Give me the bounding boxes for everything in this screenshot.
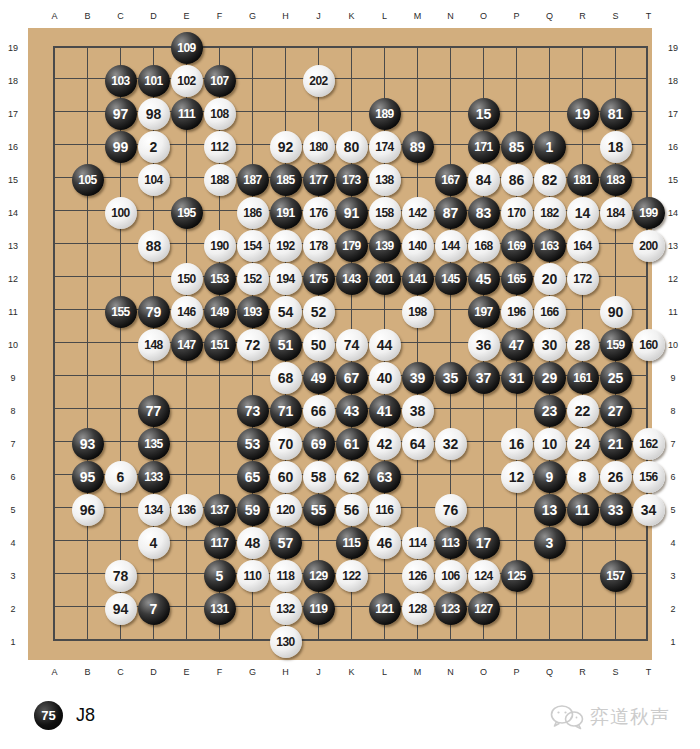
stone-H7-move-70: 70 [270,428,302,460]
stone-S9-move-25: 25 [600,362,632,394]
stone-O16-move-171: 171 [468,131,500,163]
stone-O11-move-197: 197 [468,296,500,328]
stone-J8-move-66: 66 [303,395,335,427]
coord-label-col-S: S [599,666,632,678]
black-stone-icon: 75 [34,701,63,730]
stone-B7-move-93: 93 [72,428,104,460]
stone-M8-move-38: 38 [402,395,434,427]
coord-label-col-N: N [434,10,467,22]
coord-label-col-O: O [467,10,500,22]
stone-S14-move-184: 184 [600,197,632,229]
stone-F3-move-5: 5 [204,560,236,592]
stone-H4-move-57: 57 [270,527,302,559]
stone-R9-move-161: 161 [567,362,599,394]
stone-G13-move-154: 154 [237,230,269,262]
stone-Q5-move-13: 13 [534,494,566,526]
stone-H9-move-68: 68 [270,362,302,394]
stone-E10-move-147: 147 [171,329,203,361]
stone-R14-move-14: 14 [567,197,599,229]
stone-G3-move-110: 110 [237,560,269,592]
stone-Q12-move-20: 20 [534,263,566,295]
stone-N13-move-144: 144 [435,230,467,262]
coord-label-row-7: 7 [0,427,26,460]
stone-D7-move-135: 135 [138,428,170,460]
stone-S16-move-18: 18 [600,131,632,163]
stone-D4-move-4: 4 [138,527,170,559]
stone-J14-move-176: 176 [303,197,335,229]
stone-G4-move-48: 48 [237,527,269,559]
stone-H2-move-132: 132 [270,593,302,625]
stone-B6-move-95: 95 [72,461,104,493]
coord-label-col-N: N [434,666,467,678]
coord-label-col-B: B [71,666,104,678]
coord-label-row-16: 16 [0,130,26,163]
stone-T5-move-34: 34 [633,494,665,526]
coord-label-col-S: S [599,10,632,22]
stone-P12-move-165: 165 [501,263,533,295]
coord-label-col-A: A [38,10,71,22]
coord-label-col-T: T [632,666,665,678]
stone-H15-move-185: 185 [270,164,302,196]
stone-R5-move-11: 11 [567,494,599,526]
stone-Q15-move-82: 82 [534,164,566,196]
stone-P14-move-170: 170 [501,197,533,229]
watermark: 弈道秋声 [550,704,670,730]
coord-label-row-15: 15 [0,163,26,196]
stone-B15-move-105: 105 [72,164,104,196]
stone-S3-move-157: 157 [600,560,632,592]
coord-label-col-T: T [632,10,665,22]
stone-H13-move-192: 192 [270,230,302,262]
coord-label-col-G: G [236,666,269,678]
coord-label-col-D: D [137,10,170,22]
stone-K14-move-91: 91 [336,197,368,229]
stone-grid: 1091031011021072029798111108189151981992… [38,31,665,658]
stone-D10-move-148: 148 [138,329,170,361]
stone-J9-move-49: 49 [303,362,335,394]
stone-N3-move-106: 106 [435,560,467,592]
stone-F16-move-112: 112 [204,131,236,163]
coord-label-row-18: 18 [0,64,26,97]
stone-F18-move-107: 107 [204,65,236,97]
stone-G14-move-186: 186 [237,197,269,229]
stone-E5-move-136: 136 [171,494,203,526]
stone-O3-move-124: 124 [468,560,500,592]
stone-D17-move-98: 98 [138,98,170,130]
stone-P11-move-196: 196 [501,296,533,328]
coord-label-row-12: 12 [0,262,26,295]
stone-S17-move-81: 81 [600,98,632,130]
coord-label-row-6: 6 [0,460,26,493]
stone-T6-move-156: 156 [633,461,665,493]
coord-label-row-11: 11 [0,295,26,328]
stone-K12-move-143: 143 [336,263,368,295]
stone-D11-move-79: 79 [138,296,170,328]
stone-R17-move-19: 19 [567,98,599,130]
stone-O2-move-127: 127 [468,593,500,625]
stone-J13-move-178: 178 [303,230,335,262]
stone-P15-move-86: 86 [501,164,533,196]
stone-M4-move-114: 114 [402,527,434,559]
stone-Q6-move-9: 9 [534,461,566,493]
stone-G15-move-187: 187 [237,164,269,196]
coord-label-col-H: H [269,10,302,22]
stone-L10-move-44: 44 [369,329,401,361]
coord-label-col-B: B [71,10,104,22]
stone-F2-move-131: 131 [204,593,236,625]
stone-M13-move-140: 140 [402,230,434,262]
stone-E19-move-109: 109 [171,32,203,64]
stone-K7-move-61: 61 [336,428,368,460]
stone-Q9-move-29: 29 [534,362,566,394]
stone-C17-move-97: 97 [105,98,137,130]
coord-label-col-C: C [104,666,137,678]
coord-label-row-19: 19 [0,31,26,64]
stone-G11-move-193: 193 [237,296,269,328]
stone-R12-move-172: 172 [567,263,599,295]
column-labels-bottom: ABCDEFGHJKLMNOPQRST [38,666,665,678]
stone-J2-move-119: 119 [303,593,335,625]
stone-R10-move-28: 28 [567,329,599,361]
coord-label-col-F: F [203,666,236,678]
stone-J16-move-180: 180 [303,131,335,163]
last-move-indicator: 75 J8 [34,701,95,730]
coord-label-col-R: R [566,666,599,678]
stone-B5-move-96: 96 [72,494,104,526]
stone-Q10-move-30: 30 [534,329,566,361]
stone-N5-move-76: 76 [435,494,467,526]
stone-C6-move-6: 6 [105,461,137,493]
stone-J15-move-177: 177 [303,164,335,196]
stone-Q14-move-182: 182 [534,197,566,229]
stone-G5-move-59: 59 [237,494,269,526]
stone-J12-move-175: 175 [303,263,335,295]
row-labels-left: 19181716151413121110987654321 [0,31,26,658]
stone-S7-move-21: 21 [600,428,632,460]
stone-H14-move-191: 191 [270,197,302,229]
stone-N14-move-87: 87 [435,197,467,229]
stone-C18-move-103: 103 [105,65,137,97]
stone-R8-move-22: 22 [567,395,599,427]
stone-E11-move-146: 146 [171,296,203,328]
coord-label-col-P: P [500,10,533,22]
stone-L4-move-46: 46 [369,527,401,559]
coord-label-col-L: L [368,666,401,678]
coord-label-row-5: 5 [0,493,26,526]
coord-label-col-G: G [236,10,269,22]
stone-N9-move-35: 35 [435,362,467,394]
stone-T7-move-162: 162 [633,428,665,460]
stone-M7-move-64: 64 [402,428,434,460]
stone-D5-move-134: 134 [138,494,170,526]
stone-F17-move-108: 108 [204,98,236,130]
stone-D15-move-104: 104 [138,164,170,196]
coord-label-row-9: 9 [0,361,26,394]
stone-Q13-move-163: 163 [534,230,566,262]
stone-J5-move-55: 55 [303,494,335,526]
stone-J6-move-58: 58 [303,461,335,493]
stone-O14-move-83: 83 [468,197,500,229]
stone-S15-move-183: 183 [600,164,632,196]
coord-label-col-E: E [170,10,203,22]
coord-label-col-Q: Q [533,10,566,22]
stone-F11-move-149: 149 [204,296,236,328]
coord-label-col-P: P [500,666,533,678]
stone-S6-move-26: 26 [600,461,632,493]
stone-D2-move-7: 7 [138,593,170,625]
stone-H12-move-194: 194 [270,263,302,295]
stone-L14-move-158: 158 [369,197,401,229]
stone-M12-move-141: 141 [402,263,434,295]
stone-N2-move-123: 123 [435,593,467,625]
stone-L12-move-201: 201 [369,263,401,295]
stone-F15-move-188: 188 [204,164,236,196]
stone-K6-move-62: 62 [336,461,368,493]
stone-D13-move-88: 88 [138,230,170,262]
coord-label-col-K: K [335,10,368,22]
coord-label-col-A: A [38,666,71,678]
wechat-icon [550,704,584,730]
stone-M14-move-142: 142 [402,197,434,229]
stone-D18-move-101: 101 [138,65,170,97]
stone-N4-move-113: 113 [435,527,467,559]
stone-L6-move-63: 63 [369,461,401,493]
stone-D16-move-2: 2 [138,131,170,163]
stone-K16-move-80: 80 [336,131,368,163]
stone-M3-move-126: 126 [402,560,434,592]
coord-label-col-M: M [401,10,434,22]
stone-E17-move-111: 111 [171,98,203,130]
stone-L13-move-139: 139 [369,230,401,262]
coord-label-row-2: 2 [0,592,26,625]
stone-L17-move-189: 189 [369,98,401,130]
stone-G6-move-65: 65 [237,461,269,493]
stone-M16-move-89: 89 [402,131,434,163]
coord-label-row-14: 14 [0,196,26,229]
stone-E12-move-150: 150 [171,263,203,295]
stone-N7-move-32: 32 [435,428,467,460]
coord-label-col-C: C [104,10,137,22]
stone-H8-move-71: 71 [270,395,302,427]
coord-label-col-R: R [566,10,599,22]
coord-label-col-M: M [401,666,434,678]
stone-L2-move-121: 121 [369,593,401,625]
stone-L7-move-42: 42 [369,428,401,460]
stone-K9-move-67: 67 [336,362,368,394]
stone-L5-move-116: 116 [369,494,401,526]
stone-R13-move-164: 164 [567,230,599,262]
stone-J10-move-50: 50 [303,329,335,361]
stone-O17-move-15: 15 [468,98,500,130]
stone-L15-move-138: 138 [369,164,401,196]
stone-Q8-move-23: 23 [534,395,566,427]
coord-label-row-13: 13 [0,229,26,262]
stone-Q7-move-10: 10 [534,428,566,460]
stone-G12-move-152: 152 [237,263,269,295]
coord-label-col-D: D [137,666,170,678]
stone-D8-move-77: 77 [138,395,170,427]
stone-G8-move-73: 73 [237,395,269,427]
stone-K15-move-173: 173 [336,164,368,196]
stone-H10-move-51: 51 [270,329,302,361]
stone-S5-move-33: 33 [600,494,632,526]
stone-E18-move-102: 102 [171,65,203,97]
stone-P3-move-125: 125 [501,560,533,592]
stone-M2-move-128: 128 [402,593,434,625]
stone-Q11-move-166: 166 [534,296,566,328]
stone-N15-move-167: 167 [435,164,467,196]
stone-H11-move-54: 54 [270,296,302,328]
stone-C16-move-99: 99 [105,131,137,163]
stone-R7-move-24: 24 [567,428,599,460]
coord-label-col-O: O [467,666,500,678]
coord-label-row-8: 8 [0,394,26,427]
stone-J18-move-202: 202 [303,65,335,97]
stone-K10-move-74: 74 [336,329,368,361]
stone-Q16-move-1: 1 [534,131,566,163]
stone-H1-move-130: 130 [270,626,302,658]
stone-H6-move-60: 60 [270,461,302,493]
stone-O4-move-17: 17 [468,527,500,559]
stone-G7-move-53: 53 [237,428,269,460]
coord-label-col-J: J [302,666,335,678]
stone-S10-move-159: 159 [600,329,632,361]
stone-H16-move-92: 92 [270,131,302,163]
coord-label-col-J: J [302,10,335,22]
stone-O13-move-168: 168 [468,230,500,262]
stone-D6-move-133: 133 [138,461,170,493]
stone-F13-move-190: 190 [204,230,236,262]
stone-P7-move-16: 16 [501,428,533,460]
stone-P6-move-12: 12 [501,461,533,493]
stone-O15-move-84: 84 [468,164,500,196]
coord-label-col-F: F [203,10,236,22]
stone-C14-move-100: 100 [105,197,137,229]
stone-P16-move-85: 85 [501,131,533,163]
stone-S8-move-27: 27 [600,395,632,427]
stone-L16-move-174: 174 [369,131,401,163]
stone-O9-move-37: 37 [468,362,500,394]
stone-J7-move-69: 69 [303,428,335,460]
coord-label-row-1: 1 [0,625,26,658]
stone-S11-move-90: 90 [600,296,632,328]
stone-T14-move-199: 199 [633,197,665,229]
stone-P10-move-47: 47 [501,329,533,361]
stone-M11-move-198: 198 [402,296,434,328]
stone-J3-move-129: 129 [303,560,335,592]
coord-label-row-3: 3 [0,559,26,592]
stone-R15-move-181: 181 [567,164,599,196]
last-move-point-label: J8 [76,705,95,726]
stone-M9-move-39: 39 [402,362,434,394]
stone-K13-move-179: 179 [336,230,368,262]
stone-J11-move-52: 52 [303,296,335,328]
coord-label-row-10: 10 [0,328,26,361]
stone-K4-move-115: 115 [336,527,368,559]
stone-Q4-move-3: 3 [534,527,566,559]
coord-label-col-H: H [269,666,302,678]
stone-P9-move-31: 31 [501,362,533,394]
go-board: 1091031011021072029798111108189151981992… [28,28,652,660]
stone-K3-move-122: 122 [336,560,368,592]
coord-label-col-Q: Q [533,666,566,678]
stone-P13-move-169: 169 [501,230,533,262]
stone-O10-move-36: 36 [468,329,500,361]
coord-label-col-E: E [170,666,203,678]
stone-T13-move-200: 200 [633,230,665,262]
stone-R6-move-8: 8 [567,461,599,493]
stone-E14-move-195: 195 [171,197,203,229]
stone-T10-move-160: 160 [633,329,665,361]
stone-F5-move-137: 137 [204,494,236,526]
stone-C11-move-155: 155 [105,296,137,328]
coord-label-col-K: K [335,666,368,678]
stone-O12-move-45: 45 [468,263,500,295]
stone-C3-move-78: 78 [105,560,137,592]
stone-L9-move-40: 40 [369,362,401,394]
coord-label-row-17: 17 [0,97,26,130]
stone-H5-move-120: 120 [270,494,302,526]
stone-F4-move-117: 117 [204,527,236,559]
stone-L8-move-41: 41 [369,395,401,427]
stone-F10-move-151: 151 [204,329,236,361]
stone-F12-move-153: 153 [204,263,236,295]
stone-K8-move-43: 43 [336,395,368,427]
stone-H3-move-118: 118 [270,560,302,592]
stone-C2-move-94: 94 [105,593,137,625]
coord-label-row-4: 4 [0,526,26,559]
footer-bar: 75 J8 弈道秋声 [0,688,700,749]
stone-N12-move-145: 145 [435,263,467,295]
column-labels-top: ABCDEFGHJKLMNOPQRST [38,10,665,22]
stone-K5-move-56: 56 [336,494,368,526]
coord-label-col-L: L [368,10,401,22]
stone-G10-move-72: 72 [237,329,269,361]
watermark-text: 弈道秋声 [590,704,670,730]
